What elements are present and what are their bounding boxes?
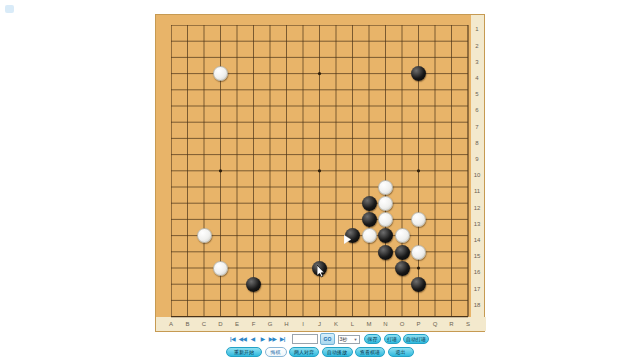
white-stone[interactable] — [362, 228, 377, 243]
board-point-p15[interactable] — [410, 244, 427, 260]
board-point-n14[interactable] — [377, 228, 394, 244]
row2-button-1[interactable]: 悔棋 — [265, 347, 287, 357]
board-point-d16[interactable] — [212, 260, 229, 276]
row1-button-2[interactable]: 自动打谱 — [403, 334, 429, 344]
nav-back-fast-button[interactable]: ◀◀ — [238, 334, 247, 344]
board-point-n11[interactable] — [377, 179, 394, 195]
row2-button-5[interactable]: 退出 — [388, 347, 414, 357]
white-stone[interactable] — [395, 228, 410, 243]
interval-select[interactable]: 3秒 ▼ — [338, 335, 360, 344]
row2-button-4[interactable]: 查看棋谱 — [355, 347, 385, 357]
black-stone[interactable] — [378, 228, 393, 243]
row2-button-0[interactable]: 重新开始 — [226, 347, 262, 357]
board-point-m14[interactable] — [361, 228, 378, 244]
board-point-n13[interactable] — [377, 212, 394, 228]
white-stone[interactable] — [213, 261, 228, 276]
board-point-o15[interactable] — [394, 244, 411, 260]
row2-button-3[interactable]: 自动播放 — [322, 347, 353, 357]
black-stone[interactable] — [345, 228, 360, 243]
board-point-p13[interactable] — [410, 212, 427, 228]
white-stone[interactable] — [378, 212, 393, 227]
row1-button-1[interactable]: 打谱 — [384, 334, 401, 344]
board-point-n15[interactable] — [377, 244, 394, 260]
white-stone[interactable] — [197, 228, 212, 243]
board-point-d4[interactable] — [212, 66, 229, 82]
black-stone[interactable] — [395, 245, 410, 260]
row1-button-0[interactable]: 保存 — [364, 334, 381, 344]
board-point-m12[interactable] — [361, 195, 378, 211]
black-stone[interactable] — [411, 277, 426, 292]
board-point-p17[interactable] — [410, 276, 427, 292]
black-stone[interactable] — [378, 245, 393, 260]
row2-button-2[interactable]: 两人对弈 — [289, 347, 319, 357]
black-stone[interactable] — [362, 212, 377, 227]
nav-forward-button[interactable]: ▶ — [258, 334, 267, 344]
white-stone[interactable] — [378, 196, 393, 211]
board-point-l14[interactable] — [344, 228, 361, 244]
board-point-m13[interactable] — [361, 212, 378, 228]
interval-value: 3秒 — [340, 336, 348, 342]
board-point-o14[interactable] — [394, 228, 411, 244]
row1-buttons: 保存打谱自动打谱 — [364, 334, 429, 344]
black-stone[interactable] — [362, 196, 377, 211]
nav-last-button[interactable]: ▶| — [278, 334, 287, 344]
toolbar-row-2: 重新开始悔棋两人对弈自动播放查看棋谱退出 — [226, 346, 414, 358]
board-point-p4[interactable] — [410, 66, 427, 82]
white-stone[interactable] — [411, 245, 426, 260]
nav-button-group: |◀◀◀◀▶▶▶▶| — [228, 334, 287, 344]
board-point-f17[interactable] — [245, 276, 262, 292]
white-stone[interactable] — [411, 212, 426, 227]
black-stone[interactable] — [395, 261, 410, 276]
white-stone[interactable] — [213, 66, 228, 81]
last-move-marker — [344, 235, 352, 244]
board-point-j16[interactable] — [311, 260, 328, 276]
nav-first-button[interactable]: |◀ — [228, 334, 237, 344]
board-point-c14[interactable] — [196, 228, 213, 244]
stones-grid[interactable] — [163, 17, 477, 325]
toolbar-row-1: |◀◀◀◀▶▶▶▶| GO 3秒 ▼ 保存打谱自动打谱 — [228, 333, 429, 345]
watermark-icon — [5, 5, 14, 13]
move-number-input[interactable] — [292, 334, 318, 344]
nav-forward-fast-button[interactable]: ▶▶ — [268, 334, 277, 344]
nav-back-button[interactable]: ◀ — [248, 334, 257, 344]
chevron-down-icon: ▼ — [354, 337, 358, 342]
go-board: 12345678910111213141516171819 ABCDEFGHIJ… — [155, 14, 485, 332]
board-point-o16[interactable] — [394, 260, 411, 276]
black-stone[interactable] — [246, 277, 261, 292]
go-button[interactable]: GO — [320, 333, 335, 345]
white-stone[interactable] — [378, 180, 393, 195]
mouse-cursor — [317, 265, 326, 278]
black-stone[interactable] — [411, 66, 426, 81]
board-point-n12[interactable] — [377, 195, 394, 211]
